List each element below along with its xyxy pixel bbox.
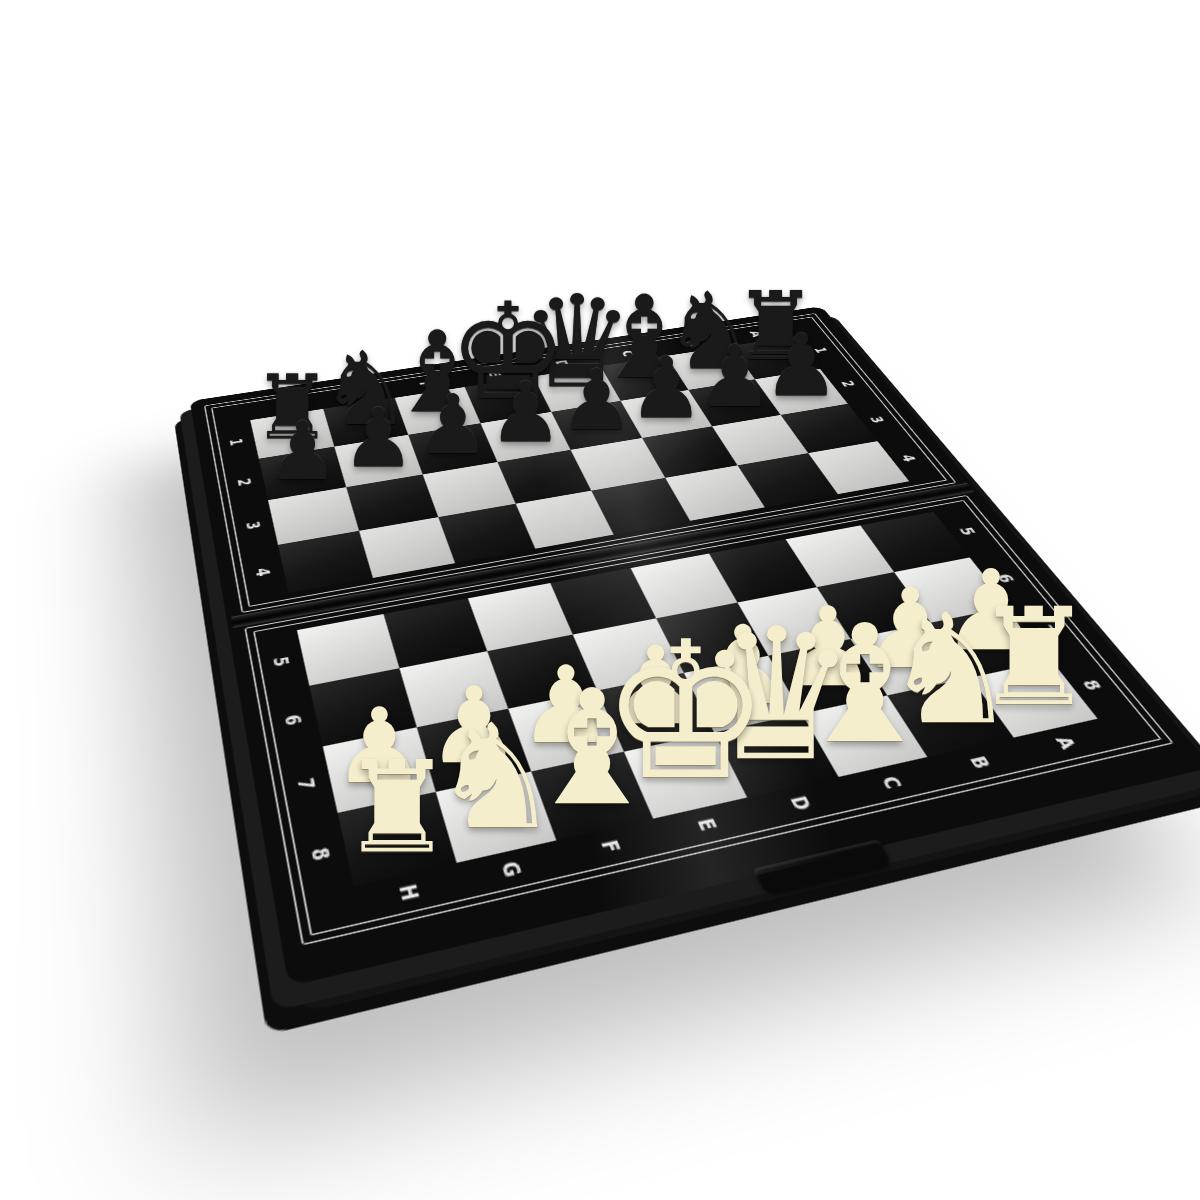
corner-spacer [1098,710,1160,747]
file-label-top-H: H [264,386,307,427]
frame-spacer [930,501,967,512]
frame-spacer [255,624,297,637]
chess-board: HGFEDCBA11223344 55667788HGFEDCBA [190,306,1200,986]
frame-spacer [909,475,945,485]
corner-spacer [783,317,823,336]
frame-spacer [249,593,290,606]
product-photo-scene: HGFEDCBA11223344 55667788HGFEDCBA [0,0,1200,1200]
corner-spacer [213,403,251,425]
corner-spacer [305,886,362,934]
